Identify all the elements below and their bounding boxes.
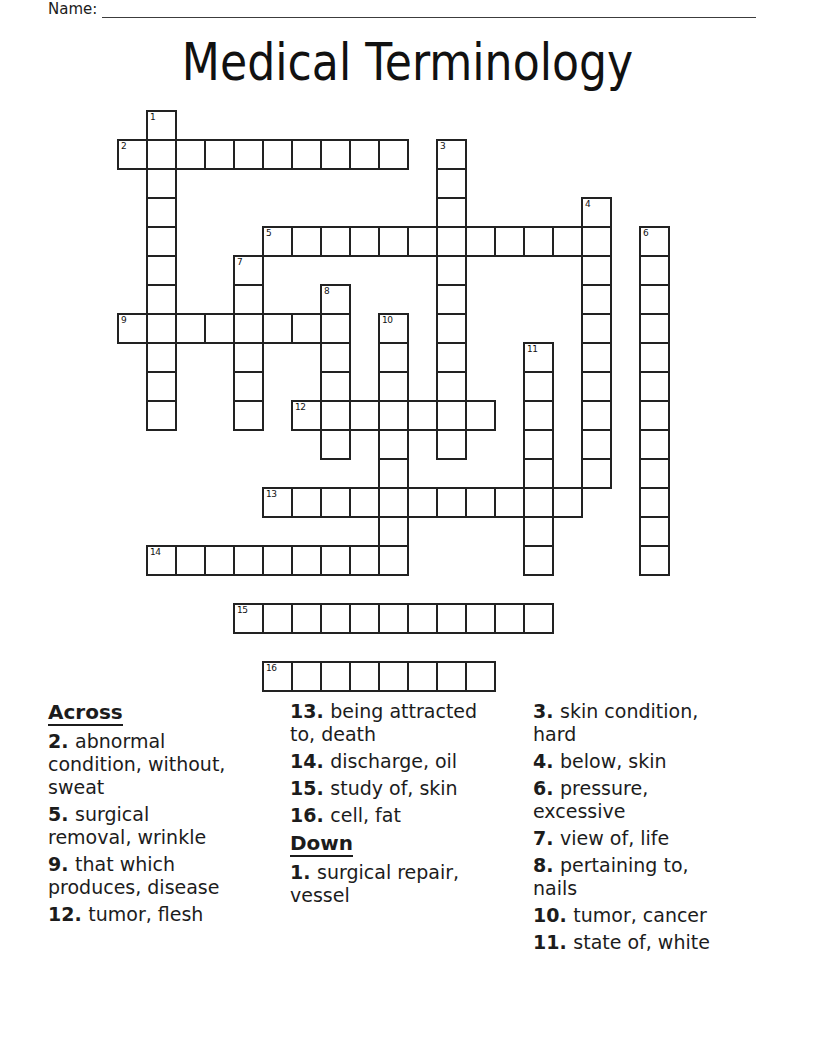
grid-cell[interactable] <box>407 487 438 518</box>
clue-item: 14. discharge, oil <box>290 750 512 773</box>
grid-cell[interactable] <box>523 400 554 431</box>
grid-cell[interactable] <box>320 226 351 257</box>
clue-text: discharge, oil <box>330 750 457 772</box>
grid-cell[interactable] <box>349 226 380 257</box>
grid-number-label: 3 <box>440 142 445 151</box>
grid-cell[interactable] <box>146 139 177 170</box>
grid-cell[interactable] <box>320 487 351 518</box>
grid-number-label: 11 <box>527 345 537 354</box>
grid-cell[interactable] <box>378 661 409 692</box>
grid-cell[interactable] <box>639 429 670 460</box>
clue-column: Across2. abnormal condition, without, sw… <box>48 700 260 930</box>
grid-cell[interactable] <box>581 458 612 489</box>
grid-cell[interactable] <box>146 255 177 286</box>
grid-cell[interactable] <box>465 603 496 634</box>
grid-cell[interactable] <box>639 313 670 344</box>
grid-cell[interactable] <box>378 371 409 402</box>
grid-number-label: 16 <box>266 664 276 673</box>
grid-cell[interactable] <box>320 313 351 344</box>
grid-cell[interactable] <box>291 661 322 692</box>
grid-cell[interactable] <box>523 371 554 402</box>
grid-cell[interactable] <box>146 168 177 199</box>
clue-text: view of, life <box>560 827 669 849</box>
grid-cell[interactable] <box>436 661 467 692</box>
grid-cell[interactable] <box>465 661 496 692</box>
grid-cell[interactable] <box>436 255 467 286</box>
grid-cell[interactable] <box>552 487 583 518</box>
grid-cell[interactable] <box>233 139 264 170</box>
grid-cell[interactable] <box>320 545 351 576</box>
clue-item: 2. abnormal condition, without, sweat <box>48 730 260 799</box>
grid-number-label: 4 <box>585 200 590 209</box>
grid-cell[interactable] <box>436 168 467 199</box>
clue-text: below, skin <box>560 750 667 772</box>
clue-number: 6. <box>533 777 560 799</box>
grid-cell[interactable] <box>639 284 670 315</box>
grid-cell[interactable] <box>204 313 235 344</box>
clue-number: 1. <box>290 861 317 883</box>
grid-number-label: 10 <box>382 316 392 325</box>
grid-cell[interactable] <box>436 284 467 315</box>
crossword-grid: 12345678910111213141516 <box>0 0 816 700</box>
grid-cell[interactable] <box>436 342 467 373</box>
grid-cell[interactable] <box>523 516 554 547</box>
grid-cell[interactable] <box>320 371 351 402</box>
grid-cell[interactable] <box>146 313 177 344</box>
grid-cell[interactable] <box>378 516 409 547</box>
grid-cell[interactable] <box>291 226 322 257</box>
clue-item: 9. that which produces, disease <box>48 853 260 899</box>
grid-cell[interactable] <box>291 313 322 344</box>
clue-number: 8. <box>533 854 560 876</box>
grid-cell[interactable] <box>291 487 322 518</box>
clue-item: 15. study of, skin <box>290 777 512 800</box>
grid-cell[interactable] <box>349 661 380 692</box>
grid-cell[interactable] <box>581 226 612 257</box>
grid-cell[interactable] <box>291 139 322 170</box>
grid-number-label: 7 <box>237 258 242 267</box>
grid-cell[interactable] <box>204 139 235 170</box>
grid-cell[interactable] <box>378 603 409 634</box>
grid-number-label: 15 <box>237 606 247 615</box>
grid-cell[interactable] <box>349 139 380 170</box>
grid-cell[interactable] <box>436 313 467 344</box>
grid-cell[interactable] <box>436 429 467 460</box>
grid-cell[interactable] <box>581 371 612 402</box>
grid-cell[interactable] <box>523 226 554 257</box>
grid-cell[interactable] <box>378 487 409 518</box>
grid-cell[interactable] <box>465 226 496 257</box>
clue-text: study of, skin <box>330 777 457 799</box>
grid-cell[interactable] <box>320 342 351 373</box>
grid-number-label: 2 <box>121 142 126 151</box>
grid-cell[interactable] <box>175 313 206 344</box>
grid-cell[interactable] <box>581 284 612 315</box>
grid-cell[interactable] <box>320 603 351 634</box>
clue-number: 9. <box>48 853 75 875</box>
clue-number: 11. <box>533 931 573 953</box>
grid-cell[interactable] <box>494 226 525 257</box>
grid-number-label: 12 <box>295 403 305 412</box>
grid-cell[interactable] <box>146 284 177 315</box>
grid-cell[interactable] <box>291 545 322 576</box>
clue-text: abnormal condition, without, sweat <box>48 730 225 798</box>
clue-column: 13. being attracted to, death14. dischar… <box>290 700 512 911</box>
grid-cell[interactable] <box>378 400 409 431</box>
clue-item: 11. state of, white <box>533 931 765 954</box>
grid-cell[interactable] <box>639 545 670 576</box>
clue-number: 13. <box>290 700 330 722</box>
grid-cell[interactable] <box>262 603 293 634</box>
grid-cell[interactable] <box>494 487 525 518</box>
grid-cell[interactable] <box>233 371 264 402</box>
clue-item: 13. being attracted to, death <box>290 700 512 746</box>
worksheet-page: Name: Medical Terminology 12345678910111… <box>0 0 816 1056</box>
grid-cell[interactable] <box>378 139 409 170</box>
clue-text: tumor, flesh <box>88 903 203 925</box>
grid-cell[interactable] <box>581 313 612 344</box>
clue-item: 10. tumor, cancer <box>533 904 765 927</box>
clue-number: 4. <box>533 750 560 772</box>
grid-cell[interactable] <box>407 226 438 257</box>
clue-number: 2. <box>48 730 75 752</box>
grid-number-label: 8 <box>324 287 329 296</box>
clue-column: 3. skin condition, hard4. below, skin6. … <box>533 700 765 958</box>
grid-cell[interactable] <box>320 139 351 170</box>
grid-cell[interactable] <box>407 603 438 634</box>
grid-cell[interactable] <box>262 313 293 344</box>
clue-item: 5. surgical removal, wrinkle <box>48 803 260 849</box>
grid-cell[interactable] <box>349 487 380 518</box>
grid-cell[interactable] <box>639 342 670 373</box>
clue-item: 16. cell, fat <box>290 804 512 827</box>
grid-cell[interactable] <box>146 400 177 431</box>
grid-cell[interactable] <box>436 371 467 402</box>
grid-number-label: 14 <box>150 548 160 557</box>
grid-cell[interactable] <box>639 516 670 547</box>
grid-cell[interactable] <box>349 545 380 576</box>
clue-item: 8. pertaining to, nails <box>533 854 765 900</box>
grid-cell[interactable] <box>581 429 612 460</box>
grid-cell[interactable] <box>233 545 264 576</box>
grid-cell[interactable] <box>146 197 177 228</box>
clues-heading-down: Down <box>290 831 512 855</box>
clue-item: 4. below, skin <box>533 750 765 773</box>
grid-cell[interactable] <box>320 661 351 692</box>
grid-cell[interactable] <box>552 226 583 257</box>
grid-cell[interactable] <box>639 487 670 518</box>
grid-cell[interactable] <box>233 284 264 315</box>
clue-text: cell, fat <box>330 804 401 826</box>
grid-cell[interactable] <box>465 487 496 518</box>
grid-cell[interactable] <box>407 400 438 431</box>
grid-cell[interactable] <box>175 139 206 170</box>
grid-cell[interactable] <box>494 603 525 634</box>
grid-cell[interactable] <box>378 429 409 460</box>
grid-cell[interactable] <box>204 545 235 576</box>
grid-number-label: 13 <box>266 490 276 499</box>
grid-cell[interactable] <box>349 400 380 431</box>
clue-item: 3. skin condition, hard <box>533 700 765 746</box>
grid-cell[interactable] <box>465 400 496 431</box>
grid-cell[interactable] <box>436 603 467 634</box>
grid-cell[interactable] <box>436 487 467 518</box>
grid-cell[interactable] <box>581 255 612 286</box>
grid-cell[interactable] <box>581 342 612 373</box>
clue-item: 6. pressure, excessive <box>533 777 765 823</box>
clue-text: tumor, cancer <box>573 904 707 926</box>
clue-number: 15. <box>290 777 330 799</box>
grid-cell[interactable] <box>581 400 612 431</box>
grid-cell[interactable] <box>436 226 467 257</box>
clue-number: 7. <box>533 827 560 849</box>
clues-heading-across: Across <box>48 700 260 724</box>
clue-number: 12. <box>48 903 88 925</box>
grid-cell[interactable] <box>146 371 177 402</box>
grid-cell[interactable] <box>349 603 380 634</box>
grid-cell[interactable] <box>523 603 554 634</box>
grid-cell[interactable] <box>233 400 264 431</box>
grid-cell[interactable] <box>436 400 467 431</box>
grid-cell[interactable] <box>146 226 177 257</box>
grid-number-label: 1 <box>150 113 155 122</box>
clue-number: 10. <box>533 904 573 926</box>
clue-number: 5. <box>48 803 75 825</box>
clue-number: 3. <box>533 700 560 722</box>
clue-text: state of, white <box>573 931 710 953</box>
grid-cell[interactable] <box>320 429 351 460</box>
clue-item: 1. surgical repair, vessel <box>290 861 512 907</box>
grid-cell[interactable] <box>639 458 670 489</box>
grid-cell[interactable] <box>291 603 322 634</box>
clue-item: 7. view of, life <box>533 827 765 850</box>
grid-number-label: 5 <box>266 229 271 238</box>
grid-cell[interactable] <box>407 661 438 692</box>
clue-number: 16. <box>290 804 330 826</box>
grid-number-label: 9 <box>121 316 126 325</box>
grid-cell[interactable] <box>523 429 554 460</box>
grid-cell[interactable] <box>639 400 670 431</box>
grid-cell[interactable] <box>146 342 177 373</box>
grid-cell[interactable] <box>523 487 554 518</box>
grid-cell[interactable] <box>233 342 264 373</box>
grid-cell[interactable] <box>378 342 409 373</box>
grid-cell[interactable] <box>639 371 670 402</box>
grid-cell[interactable] <box>378 458 409 489</box>
grid-cell[interactable] <box>262 545 293 576</box>
grid-cell[interactable] <box>175 545 206 576</box>
grid-cell[interactable] <box>436 197 467 228</box>
clue-number: 14. <box>290 750 330 772</box>
grid-number-label: 6 <box>643 229 648 238</box>
grid-cell[interactable] <box>523 458 554 489</box>
clue-item: 12. tumor, flesh <box>48 903 260 926</box>
grid-cell[interactable] <box>523 545 554 576</box>
grid-cell[interactable] <box>639 255 670 286</box>
grid-cell[interactable] <box>320 400 351 431</box>
grid-cell[interactable] <box>233 313 264 344</box>
grid-cell[interactable] <box>378 545 409 576</box>
grid-cell[interactable] <box>378 226 409 257</box>
grid-cell[interactable] <box>262 139 293 170</box>
